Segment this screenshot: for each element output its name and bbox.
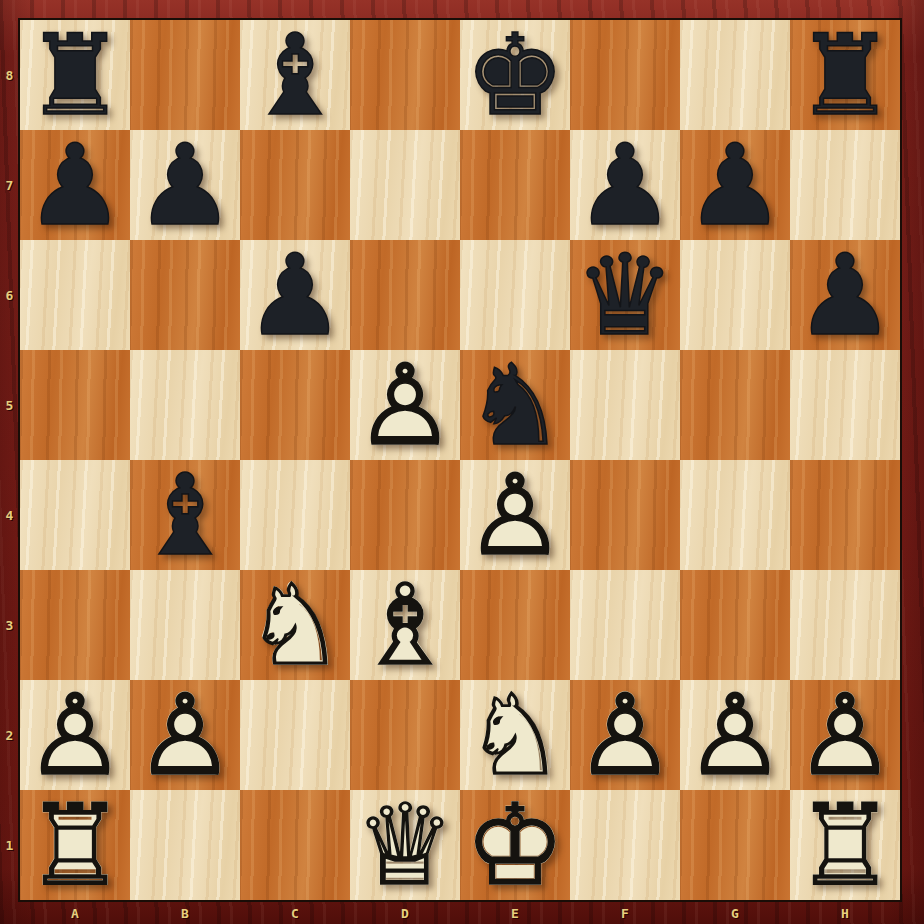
white-pawn[interactable]: ♟♙ <box>680 680 790 790</box>
square-e8[interactable]: ♚ <box>460 20 570 130</box>
square-d4[interactable] <box>350 460 460 570</box>
square-b6[interactable] <box>130 240 240 350</box>
white-queen[interactable]: ♛♕ <box>350 790 460 900</box>
black-knight-glyph: ♞ <box>460 350 570 460</box>
square-c7[interactable] <box>240 130 350 240</box>
white-rook[interactable]: ♜♖ <box>20 790 130 900</box>
file-label-a: A <box>20 902 130 924</box>
square-f6[interactable]: ♛ <box>570 240 680 350</box>
square-a3[interactable] <box>20 570 130 680</box>
black-pawn[interactable]: ♟ <box>130 130 240 240</box>
square-c4[interactable] <box>240 460 350 570</box>
file-label-d: D <box>350 902 460 924</box>
white-king[interactable]: ♚♔ <box>460 790 570 900</box>
rank-label-1: 1 <box>0 790 19 900</box>
black-pawn-glyph: ♟ <box>680 130 790 240</box>
square-d2[interactable] <box>350 680 460 790</box>
black-pawn-glyph: ♟ <box>130 130 240 240</box>
square-h8[interactable]: ♜ <box>790 20 900 130</box>
rank-label-7: 7 <box>0 130 19 240</box>
square-a2[interactable]: ♟♙ <box>20 680 130 790</box>
black-king-glyph: ♚ <box>460 20 570 130</box>
square-g5[interactable] <box>680 350 790 460</box>
square-d3[interactable]: ♝♗ <box>350 570 460 680</box>
square-d7[interactable] <box>350 130 460 240</box>
square-e3[interactable] <box>460 570 570 680</box>
black-pawn[interactable]: ♟ <box>240 240 350 350</box>
square-f8[interactable] <box>570 20 680 130</box>
square-a6[interactable] <box>20 240 130 350</box>
square-b8[interactable] <box>130 20 240 130</box>
square-a1[interactable]: ♜♖ <box>20 790 130 900</box>
white-pawn-outline-glyph: ♙ <box>790 680 900 790</box>
rank-coordinates: 87654321 <box>0 20 19 900</box>
square-d5[interactable]: ♟♙ <box>350 350 460 460</box>
white-bishop-outline-glyph: ♗ <box>350 570 460 680</box>
square-e4[interactable]: ♟♙ <box>460 460 570 570</box>
white-knight-outline-glyph: ♘ <box>460 680 570 790</box>
square-a5[interactable] <box>20 350 130 460</box>
square-h3[interactable] <box>790 570 900 680</box>
black-rook[interactable]: ♜ <box>20 20 130 130</box>
black-pawn[interactable]: ♟ <box>570 130 680 240</box>
white-pawn[interactable]: ♟♙ <box>570 680 680 790</box>
square-b1[interactable] <box>130 790 240 900</box>
white-knight[interactable]: ♞♘ <box>460 680 570 790</box>
square-e5[interactable]: ♞ <box>460 350 570 460</box>
white-pawn-outline-glyph: ♙ <box>460 460 570 570</box>
file-label-b: B <box>130 902 240 924</box>
rank-label-2: 2 <box>0 680 19 790</box>
black-rook-glyph: ♜ <box>790 20 900 130</box>
white-pawn-outline-glyph: ♙ <box>570 680 680 790</box>
square-b5[interactable] <box>130 350 240 460</box>
square-h4[interactable] <box>790 460 900 570</box>
black-pawn[interactable]: ♟ <box>680 130 790 240</box>
square-a7[interactable]: ♟ <box>20 130 130 240</box>
white-pawn[interactable]: ♟♙ <box>350 350 460 460</box>
black-pawn-glyph: ♟ <box>240 240 350 350</box>
square-g2[interactable]: ♟♙ <box>680 680 790 790</box>
white-queen-outline-glyph: ♕ <box>350 790 460 900</box>
white-king-outline-glyph: ♔ <box>460 790 570 900</box>
square-g8[interactable] <box>680 20 790 130</box>
file-label-c: C <box>240 902 350 924</box>
black-bishop-glyph: ♝ <box>130 460 240 570</box>
black-bishop-glyph: ♝ <box>240 20 350 130</box>
square-h1[interactable]: ♜♖ <box>790 790 900 900</box>
square-f7[interactable]: ♟ <box>570 130 680 240</box>
square-h2[interactable]: ♟♙ <box>790 680 900 790</box>
white-pawn-outline-glyph: ♙ <box>680 680 790 790</box>
square-e6[interactable] <box>460 240 570 350</box>
white-knight[interactable]: ♞♘ <box>240 570 350 680</box>
square-e1[interactable]: ♚♔ <box>460 790 570 900</box>
square-h7[interactable] <box>790 130 900 240</box>
square-f2[interactable]: ♟♙ <box>570 680 680 790</box>
file-coordinates: ABCDEFGH <box>20 902 900 924</box>
black-pawn-glyph: ♟ <box>790 240 900 350</box>
white-bishop[interactable]: ♝♗ <box>350 570 460 680</box>
black-pawn[interactable]: ♟ <box>20 130 130 240</box>
square-g1[interactable] <box>680 790 790 900</box>
black-rook-glyph: ♜ <box>20 20 130 130</box>
white-pawn[interactable]: ♟♙ <box>20 680 130 790</box>
square-h5[interactable] <box>790 350 900 460</box>
white-pawn-outline-glyph: ♙ <box>20 680 130 790</box>
square-a4[interactable] <box>20 460 130 570</box>
black-queen[interactable]: ♛ <box>570 240 680 350</box>
square-h6[interactable]: ♟ <box>790 240 900 350</box>
white-pawn-outline-glyph: ♙ <box>350 350 460 460</box>
square-d1[interactable]: ♛♕ <box>350 790 460 900</box>
square-c2[interactable] <box>240 680 350 790</box>
white-pawn[interactable]: ♟♙ <box>460 460 570 570</box>
square-f5[interactable] <box>570 350 680 460</box>
black-pawn-glyph: ♟ <box>570 130 680 240</box>
black-king[interactable]: ♚ <box>460 20 570 130</box>
square-b7[interactable]: ♟ <box>130 130 240 240</box>
white-pawn[interactable]: ♟♙ <box>130 680 240 790</box>
square-g3[interactable] <box>680 570 790 680</box>
rank-label-6: 6 <box>0 240 19 350</box>
rank-label-4: 4 <box>0 460 19 570</box>
white-knight-outline-glyph: ♘ <box>240 570 350 680</box>
square-g4[interactable] <box>680 460 790 570</box>
square-c3[interactable]: ♞♘ <box>240 570 350 680</box>
file-label-g: G <box>680 902 790 924</box>
file-label-h: H <box>790 902 900 924</box>
rank-label-8: 8 <box>0 20 19 130</box>
square-c6[interactable]: ♟ <box>240 240 350 350</box>
square-f3[interactable] <box>570 570 680 680</box>
file-label-f: F <box>570 902 680 924</box>
white-pawn[interactable]: ♟♙ <box>790 680 900 790</box>
square-c8[interactable]: ♝ <box>240 20 350 130</box>
square-b3[interactable] <box>130 570 240 680</box>
square-c5[interactable] <box>240 350 350 460</box>
square-e7[interactable] <box>460 130 570 240</box>
square-f1[interactable] <box>570 790 680 900</box>
black-queen-glyph: ♛ <box>570 240 680 350</box>
white-rook-outline-glyph: ♖ <box>20 790 130 900</box>
white-pawn-outline-glyph: ♙ <box>130 680 240 790</box>
board-frame: 87654321 ♜♝♚♜♟♟♟♟♟♛♟♟♙♞♝♟♙♞♘♝♗♟♙♟♙♞♘♟♙♟♙… <box>0 0 924 924</box>
black-pawn[interactable]: ♟ <box>790 240 900 350</box>
square-b2[interactable]: ♟♙ <box>130 680 240 790</box>
square-e2[interactable]: ♞♘ <box>460 680 570 790</box>
square-c1[interactable] <box>240 790 350 900</box>
file-label-e: E <box>460 902 570 924</box>
black-bishop[interactable]: ♝ <box>130 460 240 570</box>
square-b4[interactable]: ♝ <box>130 460 240 570</box>
black-pawn-glyph: ♟ <box>20 130 130 240</box>
square-f4[interactable] <box>570 460 680 570</box>
white-rook-outline-glyph: ♖ <box>790 790 900 900</box>
rank-label-3: 3 <box>0 570 19 680</box>
rank-label-5: 5 <box>0 350 19 460</box>
white-rook[interactable]: ♜♖ <box>790 790 900 900</box>
black-bishop[interactable]: ♝ <box>240 20 350 130</box>
chess-board: ♜♝♚♜♟♟♟♟♟♛♟♟♙♞♝♟♙♞♘♝♗♟♙♟♙♞♘♟♙♟♙♟♙♜♖♛♕♚♔♜… <box>18 18 902 902</box>
black-knight[interactable]: ♞ <box>460 350 570 460</box>
black-rook[interactable]: ♜ <box>790 20 900 130</box>
square-g6[interactable] <box>680 240 790 350</box>
square-d8[interactable] <box>350 20 460 130</box>
square-g7[interactable]: ♟ <box>680 130 790 240</box>
square-d6[interactable] <box>350 240 460 350</box>
square-a8[interactable]: ♜ <box>20 20 130 130</box>
